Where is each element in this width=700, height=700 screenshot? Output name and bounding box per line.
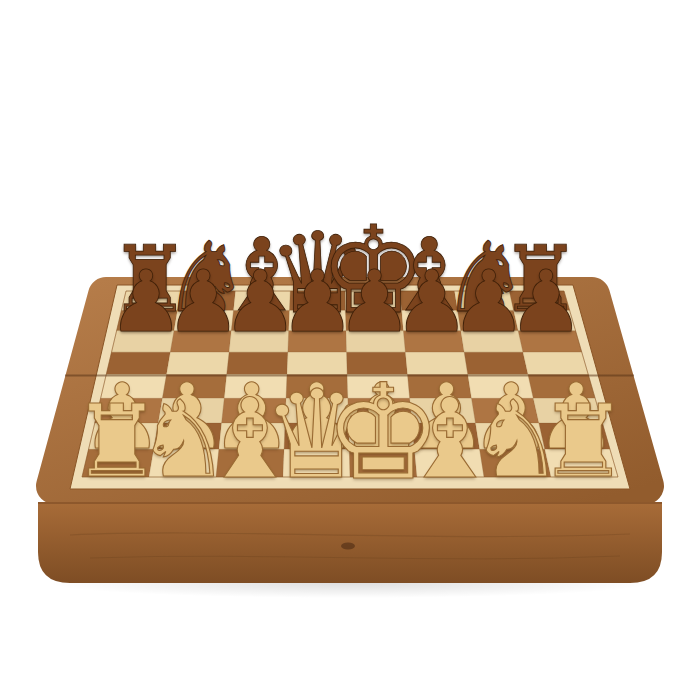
piece-black-pawn-h7[interactable]: ♟ bbox=[508, 259, 584, 344]
pieces-layer: ♜♞♝♛♚♝♞♜♟♟♟♟♟♟♟♟♟♟♟♟♟♟♟♟♜♞♝♛♚♝♞♜ bbox=[0, 0, 700, 700]
piece-white-rook-h1[interactable]: ♜ bbox=[538, 392, 628, 492]
product-photo: ♜♞♝♛♚♝♞♜♟♟♟♟♟♟♟♟♟♟♟♟♟♟♟♟♜♞♝♛♚♝♞♜ bbox=[0, 0, 700, 700]
